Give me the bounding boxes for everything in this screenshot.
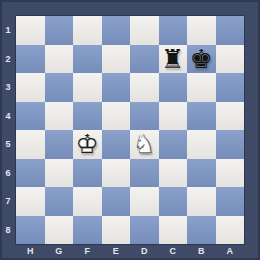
square-f7[interactable]	[73, 187, 102, 216]
square-h8[interactable]	[16, 216, 45, 245]
square-e2[interactable]	[102, 45, 131, 74]
square-g7[interactable]	[45, 187, 74, 216]
square-a6[interactable]	[216, 159, 245, 188]
square-f5[interactable]: ♚♔	[73, 130, 102, 159]
square-d1[interactable]	[130, 16, 159, 45]
square-a5[interactable]	[216, 130, 245, 159]
square-g6[interactable]	[45, 159, 74, 188]
square-g8[interactable]	[45, 216, 74, 245]
rank-label-6: 6	[0, 159, 16, 188]
rank-label-1: 1	[0, 16, 16, 45]
square-f3[interactable]	[73, 73, 102, 102]
square-b6[interactable]	[187, 159, 216, 188]
rank-label-4: 4	[0, 102, 16, 131]
square-f4[interactable]	[73, 102, 102, 131]
black-king-piece: ♚	[187, 45, 216, 74]
black-rook-piece: ♜	[159, 45, 188, 74]
square-b3[interactable]	[187, 73, 216, 102]
square-h3[interactable]	[16, 73, 45, 102]
square-g5[interactable]	[45, 130, 74, 159]
square-e3[interactable]	[102, 73, 131, 102]
square-f6[interactable]	[73, 159, 102, 188]
square-g3[interactable]	[45, 73, 74, 102]
square-e8[interactable]	[102, 216, 131, 245]
square-d3[interactable]	[130, 73, 159, 102]
file-label-b: B	[187, 244, 216, 260]
square-a1[interactable]	[216, 16, 245, 45]
square-h4[interactable]	[16, 102, 45, 131]
square-b5[interactable]	[187, 130, 216, 159]
square-c5[interactable]	[159, 130, 188, 159]
square-b7[interactable]	[187, 187, 216, 216]
square-c6[interactable]	[159, 159, 188, 188]
square-a8[interactable]	[216, 216, 245, 245]
square-c4[interactable]	[159, 102, 188, 131]
file-label-c: C	[159, 244, 188, 260]
square-d6[interactable]	[130, 159, 159, 188]
square-b1[interactable]	[187, 16, 216, 45]
square-b4[interactable]	[187, 102, 216, 131]
file-label-a: A	[216, 244, 245, 260]
square-e6[interactable]	[102, 159, 131, 188]
file-label-e: E	[102, 244, 131, 260]
square-h2[interactable]	[16, 45, 45, 74]
rank-label-5: 5	[0, 130, 16, 159]
square-c8[interactable]	[159, 216, 188, 245]
rank-label-7: 7	[0, 187, 16, 216]
square-d4[interactable]	[130, 102, 159, 131]
square-e7[interactable]	[102, 187, 131, 216]
square-g1[interactable]	[45, 16, 74, 45]
white-king-piece: ♚♔	[73, 130, 102, 159]
square-f1[interactable]	[73, 16, 102, 45]
rank-label-2: 2	[0, 45, 16, 74]
square-a7[interactable]	[216, 187, 245, 216]
square-d2[interactable]	[130, 45, 159, 74]
file-label-h: H	[16, 244, 45, 260]
square-a3[interactable]	[216, 73, 245, 102]
square-h5[interactable]	[16, 130, 45, 159]
square-d8[interactable]	[130, 216, 159, 245]
square-c3[interactable]	[159, 73, 188, 102]
square-e5[interactable]	[102, 130, 131, 159]
white-knight-piece: ♞♘	[130, 130, 159, 159]
file-label-f: F	[73, 244, 102, 260]
file-label-d: D	[130, 244, 159, 260]
square-d7[interactable]	[130, 187, 159, 216]
square-e1[interactable]	[102, 16, 131, 45]
square-g4[interactable]	[45, 102, 74, 131]
chess-board: ♜♚♚♔♞♘	[16, 16, 244, 244]
file-label-g: G	[45, 244, 74, 260]
rank-label-8: 8	[0, 216, 16, 245]
square-g2[interactable]	[45, 45, 74, 74]
square-d5[interactable]: ♞♘	[130, 130, 159, 159]
square-h1[interactable]	[16, 16, 45, 45]
square-h6[interactable]	[16, 159, 45, 188]
rank-label-3: 3	[0, 73, 16, 102]
square-c2[interactable]: ♜	[159, 45, 188, 74]
square-c1[interactable]	[159, 16, 188, 45]
square-f8[interactable]	[73, 216, 102, 245]
square-h7[interactable]	[16, 187, 45, 216]
square-a2[interactable]	[216, 45, 245, 74]
square-f2[interactable]	[73, 45, 102, 74]
square-b2[interactable]: ♚	[187, 45, 216, 74]
square-a4[interactable]	[216, 102, 245, 131]
square-b8[interactable]	[187, 216, 216, 245]
square-c7[interactable]	[159, 187, 188, 216]
square-e4[interactable]	[102, 102, 131, 131]
chess-diagram-frame: ♜♚♚♔♞♘ 12345678 HGFEDCBA	[0, 0, 260, 260]
